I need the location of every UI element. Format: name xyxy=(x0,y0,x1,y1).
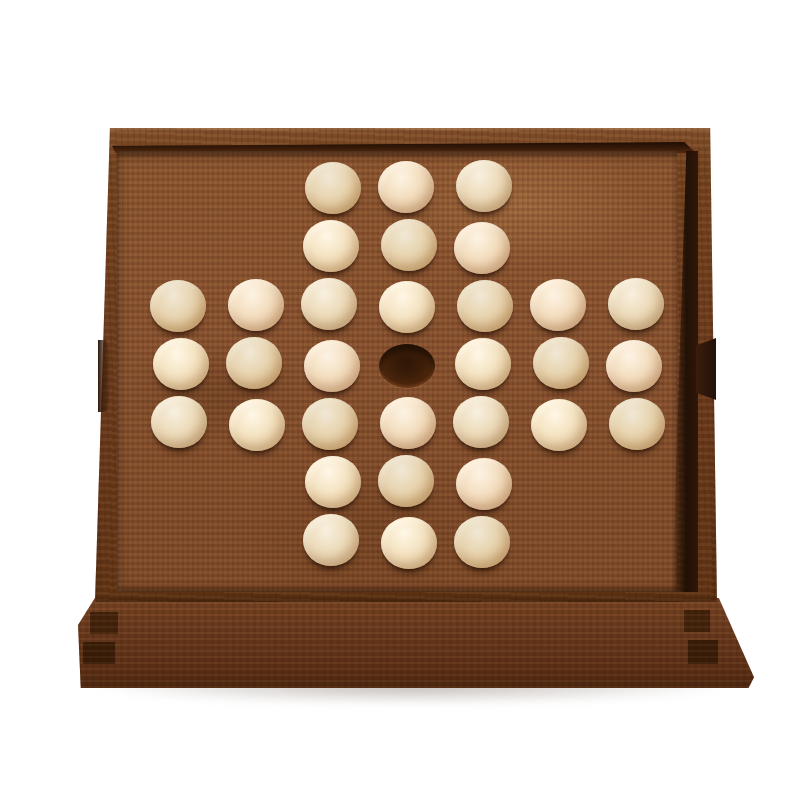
wooden-peg-ball[interactable] xyxy=(455,338,511,390)
board-cell-outside xyxy=(521,511,597,570)
wooden-peg-ball[interactable] xyxy=(530,279,586,331)
board-cell-outside xyxy=(597,157,673,216)
wooden-peg-ball[interactable] xyxy=(609,398,665,450)
wooden-peg-ball[interactable] xyxy=(305,162,361,214)
board-cell-r5c6[interactable] xyxy=(521,393,597,452)
solitaire-board xyxy=(117,151,677,592)
board-cell-outside xyxy=(141,511,217,570)
wooden-peg-ball[interactable] xyxy=(150,280,206,332)
board-cell-r4c1[interactable] xyxy=(141,334,217,393)
board-cell-r7c5[interactable] xyxy=(445,511,521,570)
board-cell-outside xyxy=(521,216,597,275)
board-cell-r2c3[interactable] xyxy=(293,216,369,275)
thumb-notch-right xyxy=(696,338,716,400)
wooden-peg-ball[interactable] xyxy=(453,396,509,448)
board-cell-r6c4[interactable] xyxy=(369,452,445,511)
wooden-peg-ball[interactable] xyxy=(304,340,360,392)
board-cell-r6c3[interactable] xyxy=(293,452,369,511)
board-cell-r2c5[interactable] xyxy=(445,216,521,275)
wooden-peg-ball[interactable] xyxy=(226,337,282,389)
wooden-peg-ball[interactable] xyxy=(456,458,512,510)
finger-joint xyxy=(684,610,710,632)
board-cell-outside xyxy=(217,216,293,275)
board-cell-r3c2[interactable] xyxy=(217,275,293,334)
wooden-peg-ball[interactable] xyxy=(457,280,513,332)
board-cell-outside xyxy=(597,452,673,511)
board-cell-outside xyxy=(597,511,673,570)
wooden-peg-ball[interactable] xyxy=(456,160,512,212)
board-cell-outside xyxy=(217,452,293,511)
board-cell-r5c1[interactable] xyxy=(141,393,217,452)
wooden-peg-ball[interactable] xyxy=(533,337,589,389)
board-cell-r3c6[interactable] xyxy=(521,275,597,334)
wooden-peg-ball[interactable] xyxy=(608,278,664,330)
wooden-peg-ball[interactable] xyxy=(381,517,437,569)
wooden-peg-ball[interactable] xyxy=(151,396,207,448)
finger-joint xyxy=(90,612,118,634)
wooden-peg-ball[interactable] xyxy=(378,455,434,507)
wooden-peg-ball[interactable] xyxy=(531,399,587,451)
wooden-peg-ball[interactable] xyxy=(303,514,359,566)
board-cell-outside xyxy=(597,216,673,275)
finger-joint xyxy=(83,642,115,664)
box-front-face xyxy=(78,598,754,688)
board-cell-r4c6[interactable] xyxy=(521,334,597,393)
board-cell-outside xyxy=(141,216,217,275)
board-cell-r3c5[interactable] xyxy=(445,275,521,334)
board-cell-r5c5[interactable] xyxy=(445,393,521,452)
board-cell-r1c3[interactable] xyxy=(293,157,369,216)
wooden-peg-ball[interactable] xyxy=(229,399,285,451)
product-photo-peg-solitaire xyxy=(0,0,800,800)
board-cell-outside xyxy=(217,157,293,216)
board-cell-r5c2[interactable] xyxy=(217,393,293,452)
wooden-peg-ball[interactable] xyxy=(380,397,436,449)
board-cell-outside xyxy=(521,452,597,511)
finger-joint xyxy=(688,640,718,664)
board-cell-r2c4[interactable] xyxy=(369,216,445,275)
wooden-peg-ball[interactable] xyxy=(379,281,435,333)
board-cell-r3c3[interactable] xyxy=(293,275,369,334)
wooden-peg-ball[interactable] xyxy=(606,340,662,392)
board-cell-r4c4[interactable] xyxy=(369,334,445,393)
wooden-peg-ball[interactable] xyxy=(301,278,357,330)
board-cell-r1c5[interactable] xyxy=(445,157,521,216)
board-cell-r7c3[interactable] xyxy=(293,511,369,570)
board-cell-r5c3[interactable] xyxy=(293,393,369,452)
board-cell-r4c7[interactable] xyxy=(597,334,673,393)
board-cell-outside xyxy=(141,452,217,511)
board-grid xyxy=(141,157,673,570)
wooden-peg-ball[interactable] xyxy=(381,219,437,271)
wooden-peg-ball[interactable] xyxy=(153,338,209,390)
empty-center-hole[interactable] xyxy=(379,344,435,388)
board-cell-r1c4[interactable] xyxy=(369,157,445,216)
wooden-peg-ball[interactable] xyxy=(303,220,359,272)
board-cell-outside xyxy=(521,157,597,216)
board-cell-r4c2[interactable] xyxy=(217,334,293,393)
board-cell-r3c1[interactable] xyxy=(141,275,217,334)
board-cell-r6c5[interactable] xyxy=(445,452,521,511)
board-cell-r3c7[interactable] xyxy=(597,275,673,334)
wooden-peg-ball[interactable] xyxy=(302,398,358,450)
board-cell-r4c5[interactable] xyxy=(445,334,521,393)
board-cell-outside xyxy=(217,511,293,570)
wooden-peg-ball[interactable] xyxy=(228,279,284,331)
thumb-notch-left-shade xyxy=(98,340,110,412)
board-cell-outside xyxy=(141,157,217,216)
wooden-peg-ball[interactable] xyxy=(378,161,434,213)
board-cell-r3c4[interactable] xyxy=(369,275,445,334)
board-cell-r7c4[interactable] xyxy=(369,511,445,570)
wooden-peg-ball[interactable] xyxy=(454,516,510,568)
board-cell-r5c4[interactable] xyxy=(369,393,445,452)
board-cell-r5c7[interactable] xyxy=(597,393,673,452)
wooden-peg-ball[interactable] xyxy=(454,222,510,274)
wooden-peg-ball[interactable] xyxy=(305,456,361,508)
board-cell-r4c3[interactable] xyxy=(293,334,369,393)
